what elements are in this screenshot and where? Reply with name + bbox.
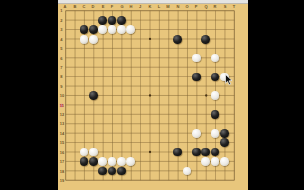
black-stone [201,35,210,44]
white-stone [211,54,220,63]
stones-layer[interactable] [61,6,239,185]
white-stone [201,157,210,166]
black-stone [98,167,107,176]
black-stone [211,148,220,157]
black-stone [89,25,98,34]
white-stone [89,35,98,44]
white-stone [117,157,126,166]
black-stone [108,16,117,25]
white-stone [211,129,220,138]
black-stone [80,25,89,34]
black-stone [108,167,117,176]
white-stone [183,167,192,176]
black-stone [117,167,126,176]
video-frame: ABCDEFGHJKLMNOPQRST 12345678910111213141… [0,0,304,190]
window-edge-strip [58,0,248,4]
white-stone [192,129,201,138]
white-stone [126,25,135,34]
white-stone [80,35,89,44]
black-stone [117,16,126,25]
white-stone [220,157,229,166]
black-stone [220,129,229,138]
black-stone [89,157,98,166]
white-stone [211,157,220,166]
black-stone [211,110,220,119]
white-stone [117,25,126,34]
white-stone [80,148,89,157]
white-stone [108,157,117,166]
white-stone [98,25,107,34]
black-stone [220,138,229,147]
black-stone [173,148,182,157]
white-stone [211,91,220,100]
white-stone [108,25,117,34]
white-stone [220,73,229,82]
white-stone [126,157,135,166]
black-stone [98,16,107,25]
black-stone [80,157,89,166]
black-stone [173,35,182,44]
go-board[interactable]: ABCDEFGHJKLMNOPQRST 12345678910111213141… [58,0,248,190]
black-stone [192,73,201,82]
black-stone [192,148,201,157]
white-stone [192,54,201,63]
black-stone [211,73,220,82]
white-stone [98,157,107,166]
black-stone [201,148,210,157]
white-stone [89,148,98,157]
black-stone [89,91,98,100]
